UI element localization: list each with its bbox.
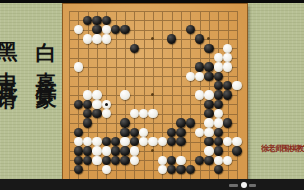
white-stone (204, 128, 213, 137)
white-stone (195, 90, 204, 99)
go-board[interactable] (63, 4, 247, 180)
black-stone (186, 118, 195, 127)
white-stone (92, 146, 101, 155)
white-stone (92, 90, 101, 99)
black-stone (74, 156, 83, 165)
black-stone (176, 118, 185, 127)
white-stone (232, 81, 241, 90)
black-stone (204, 72, 213, 81)
time-marks (249, 184, 256, 187)
black-stone (204, 137, 213, 146)
black-stone (214, 128, 223, 137)
black-stone (204, 109, 213, 118)
black-stone (130, 128, 139, 137)
black-stone (102, 156, 111, 165)
white-stone (83, 90, 92, 99)
white-stone (130, 156, 139, 165)
black-stone (204, 62, 213, 71)
black-stone (223, 90, 232, 99)
white-stone (223, 62, 232, 71)
black-stone (214, 100, 223, 109)
white-stone (102, 146, 111, 155)
white-stone (74, 62, 83, 71)
black-stone (74, 128, 83, 137)
black-stone (167, 34, 176, 43)
white-stone (120, 137, 129, 146)
black-stone (74, 100, 83, 109)
white-player-label: 白 (36, 25, 57, 31)
time-marks (229, 184, 238, 187)
black-stone (130, 44, 139, 53)
black-stone (204, 44, 213, 53)
black-stone (92, 25, 101, 34)
white-stone (186, 72, 195, 81)
black-stone (111, 146, 120, 155)
white-stone (102, 34, 111, 43)
black-stone (92, 16, 101, 25)
white-stone (204, 118, 213, 127)
black-stone (83, 146, 92, 155)
white-stone (232, 137, 241, 146)
white-stone (204, 90, 213, 99)
black-stone (120, 118, 129, 127)
black-stone (195, 62, 204, 71)
black-stone (120, 25, 129, 34)
white-stone (120, 90, 129, 99)
white-stone (92, 34, 101, 43)
black-stone (204, 100, 213, 109)
white-player-name: 辜梓豪 (36, 55, 57, 79)
white-stone (158, 156, 167, 165)
white-stone (148, 137, 157, 146)
black-stone (176, 128, 185, 137)
white-stone (204, 146, 213, 155)
black-player-label: 黑 (0, 25, 18, 31)
white-stone (214, 62, 223, 71)
progress-knob[interactable] (241, 182, 247, 188)
white-stone (214, 156, 223, 165)
last-move-marker (105, 103, 108, 106)
black-stone (204, 156, 213, 165)
channel-watermark: 徐老师围棋教室 (261, 143, 304, 154)
white-stone (148, 109, 157, 118)
black-stone (92, 109, 101, 118)
white-stone (92, 100, 101, 109)
black-stone (176, 165, 185, 174)
black-stone (176, 137, 185, 146)
black-stone (102, 16, 111, 25)
black-stone (120, 128, 129, 137)
black-stone (214, 146, 223, 155)
video-player-bar[interactable] (0, 179, 304, 190)
black-stone (232, 146, 241, 155)
black-stone (214, 72, 223, 81)
white-stone (102, 100, 111, 109)
white-stone (92, 137, 101, 146)
black-player-name: 申真谞 (0, 55, 18, 79)
black-stone (214, 90, 223, 99)
white-stone (130, 146, 139, 155)
black-stone (120, 156, 129, 165)
white-stone (176, 156, 185, 165)
black-stone (83, 118, 92, 127)
black-stone (195, 34, 204, 43)
white-stone (92, 156, 101, 165)
black-stone (120, 146, 129, 155)
white-stone (214, 118, 223, 127)
black-stone (74, 146, 83, 155)
black-stone (223, 118, 232, 127)
white-stone (83, 34, 92, 43)
